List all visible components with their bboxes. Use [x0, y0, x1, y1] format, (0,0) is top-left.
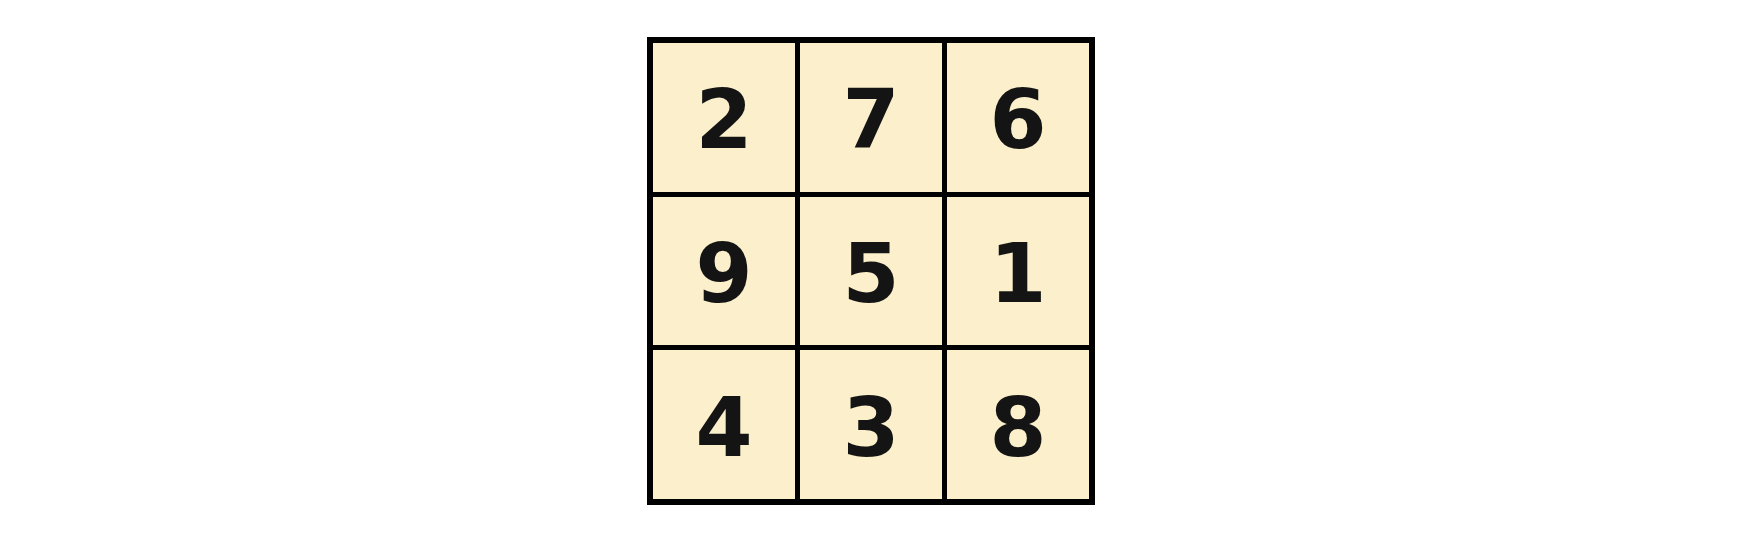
cell-r1c2[interactable]: 7 — [800, 43, 942, 192]
magic-square-board: 2 7 6 9 5 1 4 3 8 — [647, 37, 1095, 505]
cell-digit-r2c1: 9 — [695, 233, 752, 315]
cell-digit-r3c1: 4 — [695, 387, 752, 469]
cell-digit-r3c2: 3 — [842, 387, 899, 469]
cell-digit-r1c1: 2 — [695, 79, 752, 161]
cell-r1c3[interactable]: 6 — [947, 43, 1089, 192]
cell-digit-r1c3: 6 — [989, 79, 1046, 161]
cell-r3c1[interactable]: 4 — [653, 350, 795, 499]
cell-digit-r3c3: 8 — [989, 387, 1046, 469]
cell-r2c3[interactable]: 1 — [947, 197, 1089, 346]
cell-r3c2[interactable]: 3 — [800, 350, 942, 499]
cell-r2c2[interactable]: 5 — [800, 197, 942, 346]
cell-digit-r2c2: 5 — [842, 233, 899, 315]
cell-digit-r2c3: 1 — [989, 233, 1046, 315]
cell-r1c1[interactable]: 2 — [653, 43, 795, 192]
cell-r3c3[interactable]: 8 — [947, 350, 1089, 499]
cell-r2c1[interactable]: 9 — [653, 197, 795, 346]
cell-digit-r1c2: 7 — [842, 79, 899, 161]
